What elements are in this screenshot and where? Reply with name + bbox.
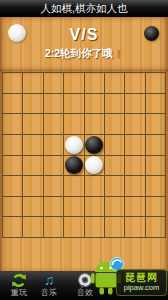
board-cell-h1[interactable] <box>146 73 166 94</box>
board-cell-b1[interactable] <box>23 73 43 94</box>
board-cell-a3[interactable] <box>3 114 23 135</box>
board-cell-h6[interactable] <box>146 176 166 197</box>
board-cell-c4[interactable] <box>44 135 64 156</box>
board-cell-b3[interactable] <box>23 114 43 135</box>
title-bar: 人如棋,棋亦如人也 <box>0 0 168 17</box>
score-header: V/S 2:2轮到你了哦！ <box>0 17 168 70</box>
board-cell-g7[interactable] <box>125 197 145 218</box>
pipaw-site-url: pipaw.com <box>118 283 165 292</box>
black-disc <box>85 136 103 154</box>
board-cell-h4[interactable] <box>146 135 166 156</box>
board-cell-g3[interactable] <box>125 114 145 135</box>
board-cell-c7[interactable] <box>44 197 64 218</box>
turn-status-text: 2:2轮到你了哦 <box>45 47 113 59</box>
board-cell-f6[interactable] <box>105 176 125 197</box>
turn-status-exclaim: ！ <box>113 47 124 59</box>
board-cell-d5[interactable] <box>64 156 84 177</box>
board-cell-c2[interactable] <box>44 94 64 115</box>
board-cell-g2[interactable] <box>125 94 145 115</box>
black-disc <box>65 156 83 174</box>
board-cell-a2[interactable] <box>3 94 23 115</box>
board-cell-d2[interactable] <box>64 94 84 115</box>
board-cell-f5[interactable] <box>105 156 125 177</box>
board-cell-e7[interactable] <box>85 197 105 218</box>
board-cell-c5[interactable] <box>44 156 64 177</box>
board-cell-g1[interactable] <box>125 73 145 94</box>
replay-button[interactable]: 重玩 <box>3 272 35 299</box>
board-cell-f2[interactable] <box>105 94 125 115</box>
pipaw-watermark: 琵琶网 pipaw.com <box>86 257 168 299</box>
board-cell-d1[interactable] <box>64 73 84 94</box>
versus-label: V/S <box>0 26 168 44</box>
board-cell-f1[interactable] <box>105 73 125 94</box>
board-cell-f4[interactable] <box>105 135 125 156</box>
replay-label: 重玩 <box>11 288 27 297</box>
board-cell-a1[interactable] <box>3 73 23 94</box>
replay-icon <box>11 272 27 288</box>
white-disc <box>65 136 83 154</box>
board-cell-g4[interactable] <box>125 135 145 156</box>
othello-board <box>2 72 166 238</box>
board-cell-e8[interactable] <box>85 217 105 238</box>
pipaw-site-name: 琵琶网 <box>118 272 165 283</box>
board-cell-g6[interactable] <box>125 176 145 197</box>
board-cell-a5[interactable] <box>3 156 23 177</box>
board-cell-b7[interactable] <box>23 197 43 218</box>
board-cell-d4[interactable] <box>64 135 84 156</box>
board-cell-d8[interactable] <box>64 217 84 238</box>
board-cell-a8[interactable] <box>3 217 23 238</box>
music-label: 音乐 <box>41 288 57 297</box>
board-cell-e6[interactable] <box>85 176 105 197</box>
board-cell-b4[interactable] <box>23 135 43 156</box>
board-cell-d6[interactable] <box>64 176 84 197</box>
board-cell-g5[interactable] <box>125 156 145 177</box>
board-cell-a4[interactable] <box>3 135 23 156</box>
pipaw-badge: 琵琶网 pipaw.com <box>116 269 167 296</box>
board-cell-h2[interactable] <box>146 94 166 115</box>
board-cell-h8[interactable] <box>146 217 166 238</box>
board-cell-f3[interactable] <box>105 114 125 135</box>
board-cell-e3[interactable] <box>85 114 105 135</box>
board-cell-e2[interactable] <box>85 94 105 115</box>
board-cell-h7[interactable] <box>146 197 166 218</box>
board-cell-a7[interactable] <box>3 197 23 218</box>
board-cell-b2[interactable] <box>23 94 43 115</box>
board-cell-g8[interactable] <box>125 217 145 238</box>
board-cell-f8[interactable] <box>105 217 125 238</box>
turn-status: 2:2轮到你了哦！ <box>0 47 168 61</box>
board-cell-c1[interactable] <box>44 73 64 94</box>
board-cell-b5[interactable] <box>23 156 43 177</box>
board-cell-a6[interactable] <box>3 176 23 197</box>
app-motto: 人如棋,棋亦如人也 <box>41 2 128 16</box>
board-cell-b8[interactable] <box>23 217 43 238</box>
board-cell-c3[interactable] <box>44 114 64 135</box>
board-cell-b6[interactable] <box>23 176 43 197</box>
board-cell-h3[interactable] <box>146 114 166 135</box>
board-cell-h5[interactable] <box>146 156 166 177</box>
board-cell-c8[interactable] <box>44 217 64 238</box>
board-cell-f7[interactable] <box>105 197 125 218</box>
board-region <box>0 70 168 272</box>
board-cell-e1[interactable] <box>85 73 105 94</box>
white-disc <box>85 156 103 174</box>
board-cell-c6[interactable] <box>44 176 64 197</box>
board-cell-d3[interactable] <box>64 114 84 135</box>
board-cell-e5[interactable] <box>85 156 105 177</box>
music-icon: ♫ <box>44 272 55 288</box>
music-button[interactable]: ♫ 音乐 <box>33 272 65 299</box>
board-cell-e4[interactable] <box>85 135 105 156</box>
board-cell-d7[interactable] <box>64 197 84 218</box>
